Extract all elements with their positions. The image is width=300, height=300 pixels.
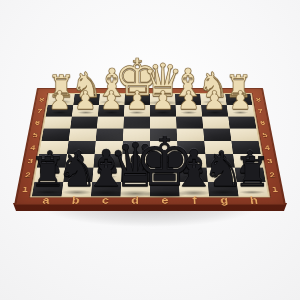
rank-label-right-1: 1 bbox=[271, 185, 278, 194]
piece-wP-a7[interactable]: ♟ bbox=[48, 88, 71, 113]
rank-label-left-5: 5 bbox=[32, 131, 38, 138]
rank-label-left-1: 1 bbox=[22, 185, 29, 194]
piece-wP-f7[interactable]: ♟ bbox=[177, 88, 200, 113]
square-a6[interactable] bbox=[44, 117, 72, 129]
square-h6[interactable] bbox=[228, 117, 256, 129]
piece-wP-b7[interactable]: ♟ bbox=[74, 88, 97, 113]
square-a5[interactable] bbox=[42, 129, 71, 141]
piece-wP-h7[interactable]: ♟ bbox=[229, 88, 252, 113]
piece-bR-h1[interactable]: ♜ bbox=[234, 152, 270, 193]
square-c6[interactable] bbox=[97, 117, 124, 129]
rank-label-left-6: 6 bbox=[34, 119, 40, 126]
piece-wP-e7[interactable]: ♟ bbox=[152, 88, 175, 113]
square-h5[interactable] bbox=[230, 129, 259, 141]
rank-label-right-8: 8 bbox=[255, 96, 261, 103]
pieces-layer: ♜♞♝♚♛♝♞♜♟♟♟♟♟♟♟♟♟♟♟♟♟♟♟♟♜♞♝♛♚♝♞♜ bbox=[0, 0, 300, 300]
piece-wP-c7[interactable]: ♟ bbox=[100, 88, 123, 113]
piece-wP-d7[interactable]: ♟ bbox=[126, 88, 149, 113]
square-g6[interactable] bbox=[202, 117, 230, 129]
rank-label-left-8: 8 bbox=[39, 96, 45, 103]
rank-label-right-6: 6 bbox=[259, 119, 265, 126]
piece-wP-g7[interactable]: ♟ bbox=[203, 88, 226, 113]
file-label-h: h bbox=[249, 195, 258, 206]
rank-label-right-5: 5 bbox=[262, 131, 268, 138]
square-b6[interactable] bbox=[70, 117, 98, 129]
rank-label-left-7: 7 bbox=[37, 107, 43, 114]
chess-product-scene: abcdefgh 87654321 87654321 ♜♞♝♚♛♝♞♜♟♟♟♟♟… bbox=[0, 0, 300, 300]
file-label-a: a bbox=[42, 195, 51, 206]
rank-label-right-7: 7 bbox=[257, 107, 263, 114]
